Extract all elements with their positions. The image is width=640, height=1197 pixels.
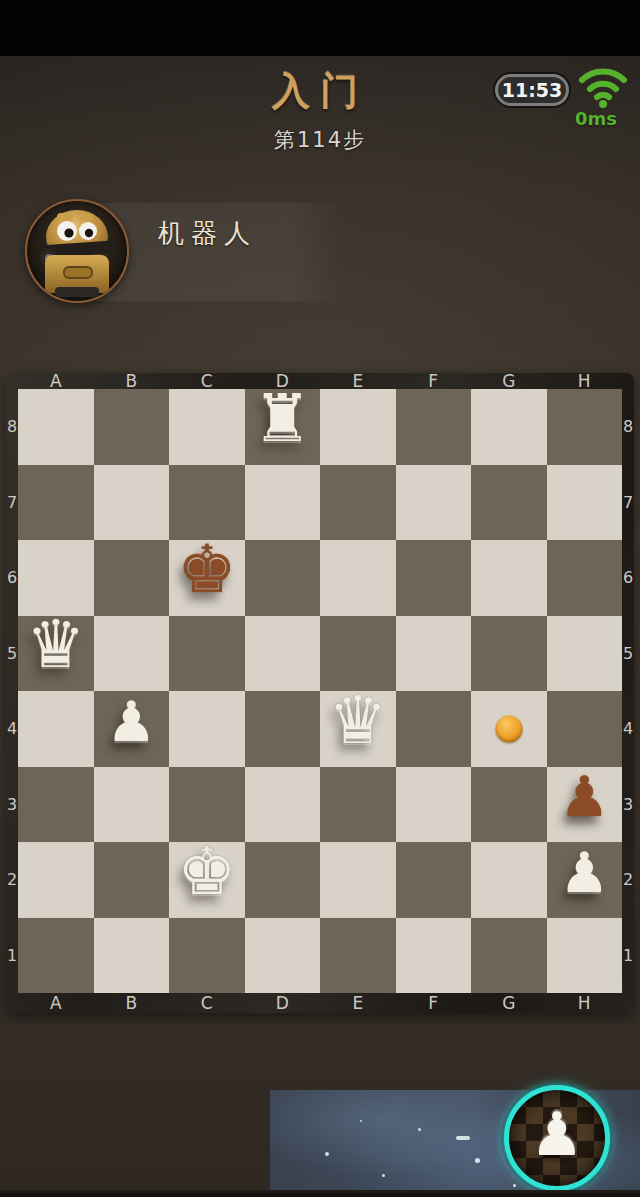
square-f8[interactable] bbox=[396, 389, 472, 465]
square-b6[interactable] bbox=[94, 540, 170, 616]
piece-black-king-c6[interactable]: ♚ bbox=[177, 537, 236, 603]
square-e8[interactable] bbox=[320, 389, 396, 465]
square-b8[interactable] bbox=[94, 389, 170, 465]
game-timer: 11:53 bbox=[495, 74, 569, 106]
latency-label: 0ms bbox=[560, 108, 632, 129]
square-e3[interactable] bbox=[320, 767, 396, 843]
square-f3[interactable] bbox=[396, 767, 472, 843]
square-c5[interactable] bbox=[169, 616, 245, 692]
file-label-f: F bbox=[396, 373, 472, 389]
move-hint-dot[interactable] bbox=[495, 715, 522, 742]
file-label-g: G bbox=[471, 995, 547, 1012]
square-d6[interactable] bbox=[245, 540, 321, 616]
square-h1[interactable] bbox=[547, 918, 623, 994]
square-b1[interactable] bbox=[94, 918, 170, 994]
square-e5[interactable] bbox=[320, 616, 396, 692]
square-a3[interactable] bbox=[18, 767, 94, 843]
file-label-b: B bbox=[94, 995, 170, 1012]
square-g3[interactable] bbox=[471, 767, 547, 843]
white-pawn-icon: ♟ bbox=[530, 1104, 584, 1164]
square-d4[interactable] bbox=[245, 691, 321, 767]
square-b2[interactable] bbox=[94, 842, 170, 918]
square-a1[interactable] bbox=[18, 918, 94, 994]
piece-white-pawn-h2[interactable]: ♟ bbox=[559, 845, 609, 901]
file-labels-top: ABCDEFGH bbox=[18, 373, 622, 389]
rank-label-5: 5 bbox=[6, 616, 18, 692]
rank-label-3: 3 bbox=[622, 767, 634, 843]
square-b5[interactable] bbox=[94, 616, 170, 692]
piece-white-queen-e4[interactable]: ♛ bbox=[328, 688, 387, 754]
file-label-g: G bbox=[471, 373, 547, 389]
square-h8[interactable] bbox=[547, 389, 623, 465]
rank-label-1: 1 bbox=[6, 918, 18, 994]
square-a2[interactable] bbox=[18, 842, 94, 918]
square-d3[interactable] bbox=[245, 767, 321, 843]
robot-avatar-icon bbox=[27, 201, 127, 301]
bottom-edge bbox=[0, 1190, 640, 1197]
square-f7[interactable] bbox=[396, 465, 472, 541]
square-e1[interactable] bbox=[320, 918, 396, 994]
square-g8[interactable] bbox=[471, 389, 547, 465]
rank-labels-left: 87654321 bbox=[6, 389, 18, 993]
player-name: 机器人 bbox=[158, 216, 257, 251]
sparkle-dot bbox=[382, 1174, 385, 1177]
square-g6[interactable] bbox=[471, 540, 547, 616]
square-g5[interactable] bbox=[471, 616, 547, 692]
square-b3[interactable] bbox=[94, 767, 170, 843]
piece-black-pawn-h3[interactable]: ♟ bbox=[559, 770, 609, 826]
file-label-a: A bbox=[18, 995, 94, 1012]
square-g1[interactable] bbox=[471, 918, 547, 994]
sparkle-dot bbox=[325, 1152, 329, 1156]
rank-label-3: 3 bbox=[6, 767, 18, 843]
piece-white-king-c2[interactable]: ♚ bbox=[177, 839, 236, 905]
file-label-e: E bbox=[320, 373, 396, 389]
rank-label-1: 1 bbox=[622, 918, 634, 994]
player-avatar[interactable] bbox=[25, 199, 129, 303]
square-g2[interactable] bbox=[471, 842, 547, 918]
sparkle-dot bbox=[513, 1184, 516, 1187]
square-f2[interactable] bbox=[396, 842, 472, 918]
square-f5[interactable] bbox=[396, 616, 472, 692]
sparkle-dash bbox=[456, 1136, 470, 1140]
square-e6[interactable] bbox=[320, 540, 396, 616]
rank-labels-right: 87654321 bbox=[622, 389, 634, 993]
file-label-e: E bbox=[320, 995, 396, 1012]
move-counter: 第114步 bbox=[0, 126, 640, 154]
square-b7[interactable] bbox=[94, 465, 170, 541]
file-label-d: D bbox=[245, 995, 321, 1012]
square-c7[interactable] bbox=[169, 465, 245, 541]
square-d7[interactable] bbox=[245, 465, 321, 541]
rank-label-6: 6 bbox=[6, 540, 18, 616]
file-label-h: H bbox=[547, 995, 623, 1012]
sparkle-dot bbox=[475, 1158, 480, 1163]
square-f4[interactable] bbox=[396, 691, 472, 767]
status-bar bbox=[0, 0, 640, 56]
timer-value: 11:53 bbox=[502, 79, 562, 101]
rank-label-6: 6 bbox=[622, 540, 634, 616]
piece-white-rook-d8[interactable]: ♜ bbox=[253, 386, 312, 452]
square-a8[interactable] bbox=[18, 389, 94, 465]
square-e2[interactable] bbox=[320, 842, 396, 918]
sparkle-dot bbox=[418, 1128, 421, 1131]
square-h4[interactable] bbox=[547, 691, 623, 767]
square-e7[interactable] bbox=[320, 465, 396, 541]
square-g7[interactable] bbox=[471, 465, 547, 541]
square-c8[interactable] bbox=[169, 389, 245, 465]
rank-label-5: 5 bbox=[622, 616, 634, 692]
file-label-b: B bbox=[94, 373, 170, 389]
square-h6[interactable] bbox=[547, 540, 623, 616]
board-squares: ♜♛♟♛♚♟♚♟ bbox=[18, 389, 622, 993]
rank-label-7: 7 bbox=[6, 465, 18, 541]
square-c3[interactable] bbox=[169, 767, 245, 843]
file-label-a: A bbox=[18, 373, 94, 389]
square-h7[interactable] bbox=[547, 465, 623, 541]
rank-label-2: 2 bbox=[622, 842, 634, 918]
file-label-c: C bbox=[169, 373, 245, 389]
rank-label-4: 4 bbox=[6, 691, 18, 767]
square-d5[interactable] bbox=[245, 616, 321, 692]
rank-label-7: 7 bbox=[622, 465, 634, 541]
square-c4[interactable] bbox=[169, 691, 245, 767]
promotion-pawn-button[interactable]: ♟ bbox=[504, 1085, 610, 1191]
square-a6[interactable] bbox=[18, 540, 94, 616]
square-a4[interactable] bbox=[18, 691, 94, 767]
rank-label-2: 2 bbox=[6, 842, 18, 918]
square-d2[interactable] bbox=[245, 842, 321, 918]
square-f1[interactable] bbox=[396, 918, 472, 994]
square-f6[interactable] bbox=[396, 540, 472, 616]
chess-board: ABCDEFGH ABCDEFGH 87654321 87654321 ♜♛♟♛… bbox=[6, 373, 634, 1013]
rank-label-8: 8 bbox=[6, 389, 18, 465]
square-d1[interactable] bbox=[245, 918, 321, 994]
file-label-c: C bbox=[169, 995, 245, 1012]
piece-white-pawn-b4[interactable]: ♟ bbox=[106, 694, 156, 750]
file-labels-bottom: ABCDEFGH bbox=[18, 993, 622, 1013]
piece-white-queen-a5[interactable]: ♛ bbox=[26, 612, 85, 678]
square-h5[interactable] bbox=[547, 616, 623, 692]
file-label-h: H bbox=[547, 373, 623, 389]
square-c1[interactable] bbox=[169, 918, 245, 994]
sparkle-dot bbox=[360, 1120, 362, 1122]
rank-label-8: 8 bbox=[622, 389, 634, 465]
rank-label-4: 4 bbox=[622, 691, 634, 767]
wifi-icon bbox=[577, 66, 629, 108]
file-label-f: F bbox=[396, 995, 472, 1012]
square-a7[interactable] bbox=[18, 465, 94, 541]
